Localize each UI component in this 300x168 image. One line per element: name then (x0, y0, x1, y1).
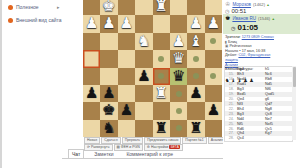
menu-item-1[interactable]: Полезное▸ (8, 3, 38, 11)
board-square[interactable] (135, 0, 152, 15)
move-row: 24.Nd4Ne7 (225, 116, 292, 121)
move-number: 19. (225, 92, 235, 96)
board-square[interactable] (153, 50, 170, 67)
board-square[interactable] (205, 0, 222, 15)
board-square[interactable] (135, 50, 152, 67)
white-move[interactable]: Nf3 (235, 102, 263, 106)
move-row: 21.Nf3Qd7 (225, 101, 292, 106)
board-square[interactable] (170, 102, 187, 119)
move-number: 17. (225, 82, 235, 86)
board-square[interactable] (153, 68, 170, 85)
move-row: 25.Nf5Nxf5 (225, 121, 292, 126)
opening-link[interactable]: C02, Французская (238, 53, 270, 57)
black-clock-time: ◷ 01:05 (223, 22, 300, 34)
board-square[interactable]: ♞ (135, 33, 152, 50)
move-row: 16.Nxd4Rb8 (225, 77, 292, 82)
move-number: 15. (225, 72, 235, 76)
move-list-scrollbar[interactable] (292, 66, 296, 140)
white-move[interactable]: Bg4 (235, 67, 263, 71)
black-piece-P[interactable]: ♟ (187, 85, 204, 102)
board-square[interactable] (100, 33, 117, 50)
board-square[interactable] (205, 120, 222, 137)
white-piece-icon: ♔ (225, 1, 230, 7)
white-piece-P[interactable]: ♟ (83, 15, 100, 32)
board-square[interactable] (153, 33, 170, 50)
move-row: 19.Bxd5Qxd5 (225, 92, 292, 97)
board-square[interactable] (83, 68, 100, 85)
board-square[interactable] (135, 120, 152, 137)
legal-move-dot[interactable] (210, 73, 216, 79)
move-number: 16. (225, 77, 235, 81)
board-square[interactable] (205, 33, 222, 50)
board-square[interactable]: ♚ (100, 0, 117, 15)
scrollbar-thumb[interactable] (293, 67, 296, 87)
white-move[interactable]: Rad1 (235, 82, 263, 86)
move-number: 22. (225, 107, 235, 111)
white-piece-K[interactable]: ♚ (100, 0, 117, 15)
legal-move-dot[interactable] (158, 56, 164, 62)
board-square[interactable]: ♜ (153, 120, 170, 137)
board-square[interactable] (100, 68, 117, 85)
board-link-4[interactable]: Предложить ничью (144, 137, 181, 144)
board-square[interactable]: ♟ (118, 15, 135, 32)
menu-item-label: Полезное (16, 4, 38, 10)
black-piece-R[interactable]: ♜ (187, 120, 204, 137)
window-edge (0, 0, 2, 168)
black-move[interactable]: Qc5 (263, 127, 291, 131)
move-number: 28. (225, 136, 235, 140)
board-square[interactable]: ♚ (100, 102, 117, 119)
move-number: 27. (225, 131, 235, 135)
white-piece-R[interactable]: ♜ (153, 0, 170, 15)
black-move[interactable]: Kg7 (263, 131, 291, 135)
white-piece-Q[interactable]: ♛ (170, 50, 187, 67)
legal-move-dot[interactable] (176, 125, 182, 131)
black-piece-K[interactable]: ♚ (100, 102, 117, 119)
spectators-link[interactable]: 1273 0809 Слован (242, 35, 274, 39)
legal-move-dot[interactable] (193, 56, 199, 62)
white-move[interactable]: Nd4 (235, 117, 263, 121)
board-square[interactable] (187, 0, 204, 15)
board-square[interactable] (187, 102, 204, 119)
black-move[interactable]: Nf6 (263, 87, 291, 91)
board-square[interactable] (83, 33, 100, 50)
black-piece-N[interactable]: ♞ (100, 120, 117, 137)
board-square[interactable]: ♟ (100, 85, 117, 102)
board-link-3[interactable]: Прервать (122, 137, 143, 144)
board-square[interactable] (153, 102, 170, 119)
chess-board[interactable]: ♚♜♟♟♟♟♟♞♟♝♛♟♛♟♟♜♟♚♟♟♞♜♜ (83, 0, 222, 137)
board-square[interactable]: ♜ (187, 120, 204, 137)
black-player-link[interactable]: Иванов RU (232, 16, 256, 21)
board-square[interactable] (83, 0, 100, 15)
white-move[interactable]: Bh4 (235, 107, 263, 111)
board-link-5[interactable]: Партия №1 (182, 137, 206, 144)
black-move[interactable]: g6 (263, 97, 291, 101)
move-number: 23. (225, 112, 235, 116)
move-number: 21. (225, 102, 235, 106)
black-move[interactable]: Qxd5 (263, 92, 291, 96)
black-piece-P[interactable]: ♟ (83, 85, 100, 102)
board-square[interactable] (118, 85, 135, 102)
move-row: 17.Rad1Nd5 (225, 82, 292, 87)
move-row: 20.Qe4g6 (225, 97, 292, 102)
move-row: 18.Bg3Nf6 (225, 87, 292, 92)
white-piece-R[interactable]: ♜ (153, 85, 170, 102)
board-square[interactable] (135, 85, 152, 102)
opening-link-2[interactable]: защита (225, 58, 238, 62)
black-move[interactable]: Nxf5 (263, 122, 291, 126)
board-square[interactable]: ♟ (170, 33, 187, 50)
game-page: Полезное▸Внешний вид сайта ♚♜♟♟♟♟♟♞♟♝♛♟♛… (0, 0, 300, 168)
board-square[interactable]: ♜ (153, 0, 170, 15)
move-row: 27.Qh4Kg7 (225, 131, 292, 136)
spectators-label: Зрители: (225, 35, 241, 39)
board-square[interactable]: ♟ (205, 15, 222, 32)
black-move[interactable]: Qd7 (263, 102, 291, 106)
white-rating-arrow: ▴ (267, 2, 269, 7)
white-clock-time: 00:51 (231, 8, 246, 14)
board-square[interactable] (118, 0, 135, 15)
black-piece-P[interactable]: ♟ (205, 102, 222, 119)
move-row: 14.Bg4h5 (225, 67, 292, 72)
white-player-link[interactable]: Морозов (232, 2, 251, 7)
legal-move-dot[interactable] (176, 108, 182, 114)
mode-icon: ▣ (225, 44, 228, 48)
legal-move-dot[interactable] (210, 38, 216, 44)
menu-item-label: Внешний вид сайта (16, 17, 61, 23)
white-piece-N[interactable]: ♞ (135, 33, 152, 50)
board-square[interactable] (170, 15, 187, 32)
white-move[interactable]: Rd6 (235, 127, 263, 131)
move-number: 14. (225, 67, 235, 71)
board-square[interactable] (83, 120, 100, 137)
black-player-row: ♚ Иванов RU (1546) ▴ (223, 14, 300, 22)
black-piece-Q[interactable]: ♛ (170, 68, 187, 85)
board-square[interactable]: ♟ (187, 85, 204, 102)
black-move[interactable]: Ng8 (263, 107, 291, 111)
black-player-block: ♚ Иванов RU (1546) ▴ ◷ 01:05 (223, 14, 300, 34)
legal-move-dot[interactable] (176, 91, 182, 97)
clock-icon: ◷ (231, 25, 235, 31)
white-move[interactable]: Qh4 (235, 131, 263, 135)
board-square[interactable]: ♟ (118, 102, 135, 119)
move-row: 22.Bh4Ng8 (225, 106, 292, 111)
board-square[interactable] (205, 85, 222, 102)
move-row: 15.Bh3Nc6 (225, 72, 292, 77)
board-square[interactable] (118, 33, 135, 50)
move-row: 28.Qc4 (225, 136, 292, 141)
mode-label: Рейтинговая (229, 44, 251, 48)
board-square[interactable] (187, 50, 204, 67)
board-square[interactable]: ♟ (187, 15, 204, 32)
move-number: 24. (225, 117, 235, 121)
board-square[interactable] (135, 102, 152, 119)
white-move[interactable]: Nf5 (235, 122, 263, 126)
board-square[interactable] (118, 68, 135, 85)
white-player-rating: (1462) (253, 2, 265, 7)
black-piece-P[interactable]: ♟ (100, 85, 117, 102)
legal-move-dot[interactable] (193, 73, 199, 79)
move-number: 26. (225, 127, 235, 131)
board-square[interactable] (100, 50, 117, 67)
move-list[interactable]: 14.Bg4h515.Bh3Nc616.Nxd4Rb817.Rad1Nd518.… (224, 66, 293, 142)
board-square[interactable] (205, 68, 222, 85)
board-square[interactable]: ♛ (170, 50, 187, 67)
board-toolbar-links: НоваяСдатьсяПрерватьПредложить ничьюПарт… (84, 137, 226, 144)
menu-bullet-icon (8, 18, 13, 23)
board-link-2[interactable]: Сдаться (101, 137, 121, 144)
move-number: 25. (225, 122, 235, 126)
board-square[interactable] (83, 50, 100, 67)
board-square[interactable] (118, 50, 135, 67)
black-move[interactable]: Qc8 (263, 112, 291, 116)
white-player-row: ♔ Морозов (1462) ▴ (223, 0, 300, 8)
board-square[interactable]: ♜ (153, 85, 170, 102)
white-move[interactable]: Bh3 (235, 72, 263, 76)
board-square[interactable]: ♟ (100, 15, 117, 32)
white-move[interactable]: Bg3 (235, 112, 263, 116)
board-square[interactable] (170, 120, 187, 137)
speed-label: Блиц (228, 40, 237, 44)
black-player-rating: (1546) (258, 16, 270, 21)
black-piece-P[interactable]: ♟ (118, 102, 135, 119)
submenu-arrow-icon: ▸ (57, 4, 60, 10)
board-square[interactable]: ♟ (83, 85, 100, 102)
menu-bullet-icon (8, 5, 13, 10)
white-move[interactable]: Bxd5 (235, 92, 263, 96)
board-square[interactable]: ♟ (135, 68, 152, 85)
black-move[interactable]: Ne7 (263, 117, 291, 121)
white-piece-P[interactable]: ♟ (100, 15, 117, 32)
black-move[interactable]: Nc6 (263, 72, 291, 76)
board-square[interactable] (170, 85, 187, 102)
board-square[interactable] (118, 120, 135, 137)
board-square[interactable]: ♛ (170, 68, 187, 85)
board-square[interactable] (170, 0, 187, 15)
board-square[interactable]: ♟ (205, 102, 222, 119)
board-square[interactable] (205, 50, 222, 67)
white-move[interactable]: Qe4 (235, 97, 263, 101)
board-square[interactable] (187, 68, 204, 85)
black-rating-arrow: ▴ (272, 16, 274, 21)
board-square[interactable]: ♞ (100, 120, 117, 137)
menu-item-2[interactable]: Внешний вид сайта (8, 16, 61, 24)
white-piece-P[interactable]: ♟ (205, 15, 222, 32)
move-number: 20. (225, 97, 235, 101)
black-piece-P[interactable]: ♟ (135, 68, 152, 85)
white-move[interactable]: Nxd4 (235, 77, 263, 81)
white-move[interactable]: Qc4 (235, 136, 263, 140)
board-square[interactable]: ♟ (83, 15, 100, 32)
white-piece-P[interactable]: ♟ (170, 33, 187, 50)
board-square[interactable] (83, 102, 100, 119)
move-row: 26.Rd6Qc5 (225, 126, 292, 131)
white-piece-P[interactable]: ♟ (118, 15, 135, 32)
board-link-1[interactable]: Новая (84, 137, 100, 144)
opening-label: Дебют: (225, 53, 237, 57)
board-square[interactable]: ♝ (187, 33, 204, 50)
white-piece-B[interactable]: ♝ (187, 33, 204, 50)
legal-move-dot[interactable] (158, 73, 164, 79)
black-piece-icon: ♚ (225, 15, 230, 21)
speed-chart-icon: ▮ (225, 40, 227, 44)
board-square[interactable] (153, 15, 170, 32)
move-number: 18. (225, 87, 235, 91)
black-move[interactable]: Rb8 (263, 77, 291, 81)
black-move[interactable]: h5 (263, 67, 291, 71)
black-piece-R[interactable]: ♜ (153, 120, 170, 137)
move-row: 23.Bg3Qc8 (225, 111, 292, 116)
board-square[interactable] (135, 15, 152, 32)
white-move[interactable]: Bg3 (235, 87, 263, 91)
white-piece-P[interactable]: ♟ (187, 15, 204, 32)
black-move[interactable]: Nd5 (263, 82, 291, 86)
